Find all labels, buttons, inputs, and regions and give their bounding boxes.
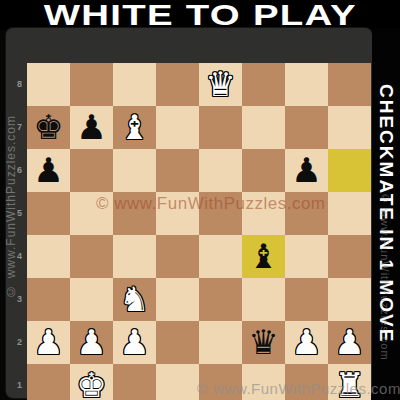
square-d7[interactable]: [156, 106, 199, 149]
square-g4[interactable]: [285, 235, 328, 278]
square-a1[interactable]: [27, 364, 70, 400]
checkmate-banner: CHECKMATE IN 1 MOVE: [372, 28, 400, 400]
square-b3[interactable]: [70, 278, 113, 321]
piece-white-knight: ♞: [119, 278, 149, 321]
square-c7[interactable]: ♝: [113, 106, 156, 149]
square-g3[interactable]: [285, 278, 328, 321]
square-a2[interactable]: ♟: [27, 321, 70, 364]
piece-black-bishop: ♝: [248, 235, 278, 278]
square-h3[interactable]: [328, 278, 371, 321]
square-e7[interactable]: [199, 106, 242, 149]
square-d3[interactable]: [156, 278, 199, 321]
square-d6[interactable]: [156, 149, 199, 192]
square-d1[interactable]: [156, 364, 199, 400]
square-a8[interactable]: [27, 63, 70, 106]
square-h6[interactable]: [328, 149, 371, 192]
square-f7[interactable]: [242, 106, 285, 149]
square-c4[interactable]: [113, 235, 156, 278]
piece-black-pawn: ♟: [33, 149, 63, 192]
square-b8[interactable]: [70, 63, 113, 106]
square-c5[interactable]: [113, 192, 156, 235]
puzzle-title: WHITE TO PLAY: [43, 0, 356, 30]
board-squares: ♛♚♟♝♟♟♝♞♟♟♟♛♟♟♚♜: [27, 63, 371, 400]
chess-puzzle-page: WHITE TO PLAY 87654321 ♛♚♟♝♟♟♝♞♟♟♟♛♟♟♚♜ …: [0, 0, 400, 400]
square-a5[interactable]: [27, 192, 70, 235]
square-d4[interactable]: [156, 235, 199, 278]
rank-label-4: 4: [12, 235, 27, 278]
square-h4[interactable]: [328, 235, 371, 278]
rank-labels: 87654321: [12, 63, 27, 400]
square-f4[interactable]: ♝: [242, 235, 285, 278]
square-e3[interactable]: [199, 278, 242, 321]
square-g8[interactable]: [285, 63, 328, 106]
square-e8[interactable]: ♛: [199, 63, 242, 106]
square-b4[interactable]: [70, 235, 113, 278]
square-f1[interactable]: [242, 364, 285, 400]
square-a7[interactable]: ♚: [27, 106, 70, 149]
square-f2[interactable]: ♛: [242, 321, 285, 364]
rank-label-6: 6: [12, 149, 27, 192]
square-e2[interactable]: [199, 321, 242, 364]
square-b2[interactable]: ♟: [70, 321, 113, 364]
square-e1[interactable]: [199, 364, 242, 400]
square-f3[interactable]: [242, 278, 285, 321]
square-f8[interactable]: [242, 63, 285, 106]
piece-white-pawn: ♟: [33, 321, 63, 364]
rank-label-2: 2: [12, 321, 27, 364]
square-b6[interactable]: [70, 149, 113, 192]
square-f5[interactable]: [242, 192, 285, 235]
square-a4[interactable]: [27, 235, 70, 278]
puzzle-title-bar: WHITE TO PLAY: [0, 0, 400, 30]
board-frame: 87654321 ♛♚♟♝♟♟♝♞♟♟♟♛♟♟♚♜ abcdefgh: [6, 28, 372, 398]
piece-white-pawn: ♟: [119, 321, 149, 364]
square-d2[interactable]: [156, 321, 199, 364]
piece-white-rook: ♜: [334, 364, 364, 400]
square-h1[interactable]: ♜: [328, 364, 371, 400]
square-c1[interactable]: [113, 364, 156, 400]
square-a6[interactable]: ♟: [27, 149, 70, 192]
square-c6[interactable]: [113, 149, 156, 192]
square-g6[interactable]: ♟: [285, 149, 328, 192]
piece-white-pawn: ♟: [334, 321, 364, 364]
piece-white-pawn: ♟: [76, 321, 106, 364]
checkmate-banner-text: CHECKMATE IN 1 MOVE: [375, 84, 397, 343]
square-f6[interactable]: [242, 149, 285, 192]
square-c3[interactable]: ♞: [113, 278, 156, 321]
square-g2[interactable]: ♟: [285, 321, 328, 364]
square-h5[interactable]: [328, 192, 371, 235]
square-b5[interactable]: [70, 192, 113, 235]
square-d8[interactable]: [156, 63, 199, 106]
square-g5[interactable]: [285, 192, 328, 235]
square-h8[interactable]: [328, 63, 371, 106]
square-e6[interactable]: [199, 149, 242, 192]
square-h2[interactable]: ♟: [328, 321, 371, 364]
piece-white-queen: ♛: [205, 63, 235, 106]
square-e4[interactable]: [199, 235, 242, 278]
square-e5[interactable]: [199, 192, 242, 235]
piece-white-pawn: ♟: [291, 321, 321, 364]
rank-label-5: 5: [12, 192, 27, 235]
square-d5[interactable]: [156, 192, 199, 235]
piece-black-pawn: ♟: [76, 106, 106, 149]
rank-label-3: 3: [12, 278, 27, 321]
square-b7[interactable]: ♟: [70, 106, 113, 149]
square-a3[interactable]: [27, 278, 70, 321]
square-h7[interactable]: [328, 106, 371, 149]
square-c2[interactable]: ♟: [113, 321, 156, 364]
square-c8[interactable]: [113, 63, 156, 106]
piece-white-king: ♚: [76, 364, 106, 400]
rank-label-8: 8: [12, 63, 27, 106]
piece-white-bishop: ♝: [119, 106, 149, 149]
rank-label-1: 1: [12, 364, 27, 400]
square-g7[interactable]: [285, 106, 328, 149]
piece-black-pawn: ♟: [291, 149, 321, 192]
rank-label-7: 7: [12, 106, 27, 149]
square-g1[interactable]: [285, 364, 328, 400]
square-b1[interactable]: ♚: [70, 364, 113, 400]
piece-black-queen: ♛: [248, 321, 278, 364]
piece-black-king: ♚: [33, 106, 63, 149]
